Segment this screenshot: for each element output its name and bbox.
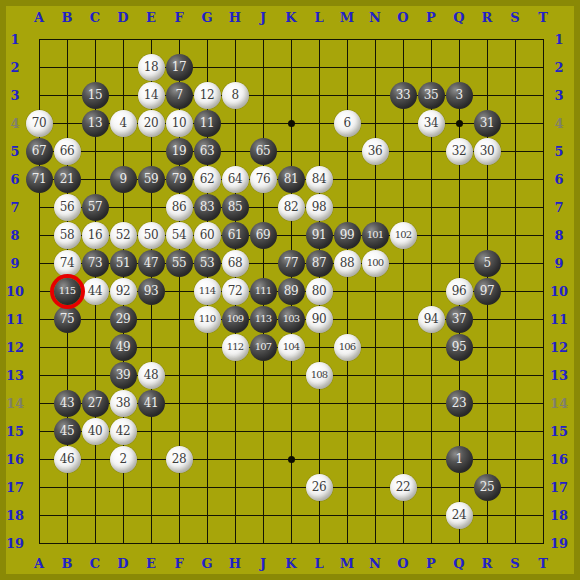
stone-move-number: 50 — [144, 229, 158, 241]
stone-12-white-G3[interactable]: 12 — [194, 82, 221, 109]
stone-move-number: 109 — [227, 314, 244, 324]
stone-move-number: 64 — [228, 173, 242, 185]
stone-94-white-P11[interactable]: 94 — [418, 306, 445, 333]
stone-move-number: 67 — [32, 145, 46, 157]
stone-5-black-R9[interactable]: 5 — [474, 250, 501, 277]
stone-84-white-L6[interactable]: 84 — [306, 166, 333, 193]
stone-move-number: 7 — [175, 89, 182, 101]
stone-move-number: 75 — [60, 313, 74, 325]
stone-move-number: 33 — [396, 89, 410, 101]
stone-move-number: 102 — [395, 230, 412, 240]
stone-move-number: 5 — [483, 257, 490, 269]
stone-23-black-Q14[interactable]: 23 — [446, 390, 473, 417]
stone-move-number: 55 — [172, 257, 186, 269]
stone-move-number: 23 — [452, 397, 466, 409]
stone-move-number: 85 — [228, 201, 242, 213]
stone-move-number: 2 — [119, 453, 126, 465]
stone-59-black-E6[interactable]: 59 — [138, 166, 165, 193]
stone-97-black-R10[interactable]: 97 — [474, 278, 501, 305]
stone-move-number: 112 — [227, 342, 244, 352]
stone-move-number: 43 — [60, 397, 74, 409]
stone-move-number: 63 — [200, 145, 214, 157]
stone-81-black-K6[interactable]: 81 — [278, 166, 305, 193]
stone-move-number: 44 — [88, 285, 102, 297]
stone-move-number: 26 — [312, 481, 326, 493]
stone-move-number: 4 — [119, 117, 126, 129]
stone-82-white-K7[interactable]: 82 — [278, 194, 305, 221]
stone-move-number: 11 — [200, 117, 214, 129]
stone-move-number: 79 — [172, 173, 186, 185]
stone-51-black-D9[interactable]: 51 — [110, 250, 137, 277]
stone-move-number: 96 — [452, 285, 466, 297]
stone-move-number: 37 — [452, 313, 466, 325]
stone-move-number: 66 — [60, 145, 74, 157]
stone-45-black-B15[interactable]: 45 — [54, 418, 81, 445]
stone-move-number: 92 — [116, 285, 130, 297]
stone-112-white-H12[interactable]: 112 — [222, 334, 249, 361]
stone-move-number: 104 — [283, 342, 300, 352]
stone-47-black-E9[interactable]: 47 — [138, 250, 165, 277]
stone-103-black-K11[interactable]: 103 — [278, 306, 305, 333]
stone-60-white-G8[interactable]: 60 — [194, 222, 221, 249]
stone-move-number: 115 — [59, 286, 76, 296]
stone-move-number: 49 — [116, 341, 130, 353]
stone-32-white-Q5[interactable]: 32 — [446, 138, 473, 165]
stone-42-white-D15[interactable]: 42 — [110, 418, 137, 445]
stone-31-black-R4[interactable]: 31 — [474, 110, 501, 137]
stones-layer: 1234567891011121314151617181920212223242… — [25, 25, 557, 557]
stone-move-number: 98 — [312, 201, 326, 213]
stone-move-number: 61 — [228, 229, 242, 241]
stone-move-number: 99 — [340, 229, 354, 241]
stone-move-number: 95 — [452, 341, 466, 353]
stone-move-number: 77 — [284, 257, 298, 269]
stone-move-number: 19 — [172, 145, 186, 157]
stone-move-number: 6 — [343, 117, 350, 129]
stone-75-black-B11[interactable]: 75 — [54, 306, 81, 333]
stone-39-black-D13[interactable]: 39 — [110, 362, 137, 389]
stone-98-white-L7[interactable]: 98 — [306, 194, 333, 221]
stone-move-number: 39 — [116, 369, 130, 381]
stone-move-number: 74 — [60, 257, 74, 269]
stone-move-number: 35 — [424, 89, 438, 101]
stone-30-white-R5[interactable]: 30 — [474, 138, 501, 165]
stone-88-white-M9[interactable]: 88 — [334, 250, 361, 277]
stone-move-number: 59 — [144, 173, 158, 185]
stone-move-number: 13 — [88, 117, 102, 129]
stone-37-black-Q11[interactable]: 37 — [446, 306, 473, 333]
stone-9-black-D6[interactable]: 9 — [110, 166, 137, 193]
stone-86-white-F7[interactable]: 86 — [166, 194, 193, 221]
stone-move-number: 48 — [144, 369, 158, 381]
stone-61-black-H8[interactable]: 61 — [222, 222, 249, 249]
stone-71-black-A6[interactable]: 71 — [26, 166, 53, 193]
stone-92-white-D10[interactable]: 92 — [110, 278, 137, 305]
stone-move-number: 94 — [424, 313, 438, 325]
stone-90-white-L11[interactable]: 90 — [306, 306, 333, 333]
stone-104-white-K12[interactable]: 104 — [278, 334, 305, 361]
stone-move-number: 62 — [200, 173, 214, 185]
stone-move-number: 90 — [312, 313, 326, 325]
stone-10-white-F4[interactable]: 10 — [166, 110, 193, 137]
stone-move-number: 82 — [284, 201, 298, 213]
stone-26-white-L17[interactable]: 26 — [306, 474, 333, 501]
stone-56-white-B7[interactable]: 56 — [54, 194, 81, 221]
stone-27-black-C14[interactable]: 27 — [82, 390, 109, 417]
stone-113-black-J11[interactable]: 113 — [250, 306, 277, 333]
stone-111-black-J10[interactable]: 111 — [250, 278, 277, 305]
stone-move-number: 107 — [255, 342, 272, 352]
stone-20-white-E4[interactable]: 20 — [138, 110, 165, 137]
stone-move-number: 114 — [199, 286, 216, 296]
stone-18-white-E2[interactable]: 18 — [138, 54, 165, 81]
stone-76-white-J6[interactable]: 76 — [250, 166, 277, 193]
stone-move-number: 25 — [480, 481, 494, 493]
stone-move-number: 15 — [88, 89, 102, 101]
stone-move-number: 60 — [200, 229, 214, 241]
stone-move-number: 31 — [480, 117, 494, 129]
stone-move-number: 88 — [340, 257, 354, 269]
stone-move-number: 40 — [88, 425, 102, 437]
stone-93-black-E10[interactable]: 93 — [138, 278, 165, 305]
stone-2-white-D16[interactable]: 2 — [110, 446, 137, 473]
stone-move-number: 54 — [172, 229, 186, 241]
stone-14-white-E3[interactable]: 14 — [138, 82, 165, 109]
stone-115-black-B10[interactable]: 115 — [54, 278, 81, 305]
stone-87-black-L9[interactable]: 87 — [306, 250, 333, 277]
stone-move-number: 58 — [60, 229, 74, 241]
stone-move-number: 3 — [455, 89, 462, 101]
stone-move-number: 84 — [312, 173, 326, 185]
stone-move-number: 86 — [172, 201, 186, 213]
stone-58-white-B8[interactable]: 58 — [54, 222, 81, 249]
stone-move-number: 80 — [312, 285, 326, 297]
stone-move-number: 21 — [60, 173, 74, 185]
stone-move-number: 69 — [256, 229, 270, 241]
stone-move-number: 34 — [424, 117, 438, 129]
stone-move-number: 87 — [312, 257, 326, 269]
stone-77-black-K9[interactable]: 77 — [278, 250, 305, 277]
stone-move-number: 12 — [200, 89, 214, 101]
stone-49-black-D12[interactable]: 49 — [110, 334, 137, 361]
stone-91-black-L8[interactable]: 91 — [306, 222, 333, 249]
stone-move-number: 30 — [480, 145, 494, 157]
stone-move-number: 10 — [172, 117, 186, 129]
stone-move-number: 71 — [32, 173, 46, 185]
stone-17-black-F2[interactable]: 17 — [166, 54, 193, 81]
stone-move-number: 110 — [199, 314, 216, 324]
stone-44-white-C10[interactable]: 44 — [82, 278, 109, 305]
stone-move-number: 73 — [88, 257, 102, 269]
stone-move-number: 32 — [452, 145, 466, 157]
stone-72-white-H10[interactable]: 72 — [222, 278, 249, 305]
stone-62-white-G6[interactable]: 62 — [194, 166, 221, 193]
stone-move-number: 1 — [455, 453, 462, 465]
stone-107-black-J12[interactable]: 107 — [250, 334, 277, 361]
stone-40-white-C15[interactable]: 40 — [82, 418, 109, 445]
stone-move-number: 100 — [367, 258, 384, 268]
stone-move-number: 53 — [200, 257, 214, 269]
stone-move-number: 17 — [172, 61, 186, 73]
stone-move-number: 81 — [284, 173, 298, 185]
stone-83-black-G7[interactable]: 83 — [194, 194, 221, 221]
stone-96-white-Q10[interactable]: 96 — [446, 278, 473, 305]
stone-move-number: 24 — [452, 509, 466, 521]
stone-16-white-C8[interactable]: 16 — [82, 222, 109, 249]
stone-move-number: 47 — [144, 257, 158, 269]
stone-move-number: 101 — [367, 230, 384, 240]
stone-74-white-B9[interactable]: 74 — [54, 250, 81, 277]
stone-move-number: 28 — [172, 453, 186, 465]
stone-19-black-F5[interactable]: 19 — [166, 138, 193, 165]
stone-99-black-M8[interactable]: 99 — [334, 222, 361, 249]
stone-move-number: 93 — [144, 285, 158, 297]
stone-110-white-G11[interactable]: 110 — [194, 306, 221, 333]
stone-28-white-F16[interactable]: 28 — [166, 446, 193, 473]
stone-106-white-M12[interactable]: 106 — [334, 334, 361, 361]
stone-move-number: 45 — [60, 425, 74, 437]
stone-57-black-C7[interactable]: 57 — [82, 194, 109, 221]
stone-11-black-G4[interactable]: 11 — [194, 110, 221, 137]
stone-8-white-H3[interactable]: 8 — [222, 82, 249, 109]
stone-69-black-J8[interactable]: 69 — [250, 222, 277, 249]
stone-80-white-L10[interactable]: 80 — [306, 278, 333, 305]
stone-move-number: 65 — [256, 145, 270, 157]
stone-101-black-N8[interactable]: 101 — [362, 222, 389, 249]
stone-100-white-N9[interactable]: 100 — [362, 250, 389, 277]
stone-4-white-D4[interactable]: 4 — [110, 110, 137, 137]
stone-move-number: 38 — [116, 397, 130, 409]
stone-48-white-E13[interactable]: 48 — [138, 362, 165, 389]
stone-move-number: 18 — [144, 61, 158, 73]
stone-108-white-L13[interactable]: 108 — [306, 362, 333, 389]
stone-102-white-O8[interactable]: 102 — [390, 222, 417, 249]
stone-43-black-B14[interactable]: 43 — [54, 390, 81, 417]
stone-move-number: 51 — [116, 257, 130, 269]
stone-1-black-Q16[interactable]: 1 — [446, 446, 473, 473]
stone-114-white-G10[interactable]: 114 — [194, 278, 221, 305]
stone-64-white-H6[interactable]: 64 — [222, 166, 249, 193]
stone-34-white-P4[interactable]: 34 — [418, 110, 445, 137]
stone-move-number: 46 — [60, 453, 74, 465]
stone-move-number: 8 — [231, 89, 238, 101]
stone-50-white-E8[interactable]: 50 — [138, 222, 165, 249]
stone-move-number: 36 — [368, 145, 382, 157]
stone-95-black-Q12[interactable]: 95 — [446, 334, 473, 361]
stone-move-number: 14 — [144, 89, 158, 101]
stone-move-number: 52 — [116, 229, 130, 241]
stone-move-number: 9 — [119, 173, 126, 185]
stone-89-black-K10[interactable]: 89 — [278, 278, 305, 305]
stone-33-black-O3[interactable]: 33 — [390, 82, 417, 109]
stone-79-black-F6[interactable]: 79 — [166, 166, 193, 193]
stone-85-black-H7[interactable]: 85 — [222, 194, 249, 221]
stone-move-number: 83 — [200, 201, 214, 213]
stone-109-black-H11[interactable]: 109 — [222, 306, 249, 333]
stone-6-white-M4[interactable]: 6 — [334, 110, 361, 137]
stone-move-number: 91 — [312, 229, 326, 241]
stone-move-number: 57 — [88, 201, 102, 213]
stone-move-number: 72 — [228, 285, 242, 297]
stone-68-white-H9[interactable]: 68 — [222, 250, 249, 277]
stone-36-white-N5[interactable]: 36 — [362, 138, 389, 165]
stone-move-number: 111 — [255, 286, 272, 296]
stone-54-white-F8[interactable]: 54 — [166, 222, 193, 249]
stone-38-white-D14[interactable]: 38 — [110, 390, 137, 417]
stone-7-black-F3[interactable]: 7 — [166, 82, 193, 109]
stone-41-black-E14[interactable]: 41 — [138, 390, 165, 417]
stone-55-black-F9[interactable]: 55 — [166, 250, 193, 277]
stone-move-number: 108 — [311, 370, 328, 380]
stone-67-black-A5[interactable]: 67 — [26, 138, 53, 165]
stone-move-number: 113 — [255, 314, 272, 324]
stone-move-number: 70 — [32, 117, 46, 129]
stone-move-number: 106 — [339, 342, 356, 352]
stone-70-white-A4[interactable]: 70 — [26, 110, 53, 137]
stone-46-white-B16[interactable]: 46 — [54, 446, 81, 473]
stone-15-black-C3[interactable]: 15 — [82, 82, 109, 109]
stone-21-black-B6[interactable]: 21 — [54, 166, 81, 193]
stone-63-black-G5[interactable]: 63 — [194, 138, 221, 165]
stone-move-number: 56 — [60, 201, 74, 213]
stone-move-number: 27 — [88, 397, 102, 409]
stone-move-number: 20 — [144, 117, 158, 129]
stone-3-black-Q3[interactable]: 3 — [446, 82, 473, 109]
stone-move-number: 22 — [396, 481, 410, 493]
stone-29-black-D11[interactable]: 29 — [110, 306, 137, 333]
stone-52-white-D8[interactable]: 52 — [110, 222, 137, 249]
stone-move-number: 76 — [256, 173, 270, 185]
stone-25-black-R17[interactable]: 25 — [474, 474, 501, 501]
stone-66-white-B5[interactable]: 66 — [54, 138, 81, 165]
stone-move-number: 68 — [228, 257, 242, 269]
stone-move-number: 41 — [144, 397, 158, 409]
stone-move-number: 29 — [116, 313, 130, 325]
stone-move-number: 97 — [480, 285, 494, 297]
go-board: ABCDEFGHJKLMNOPQRST ABCDEFGHJKLMNOPQRST … — [0, 0, 580, 580]
stone-35-black-P3[interactable]: 35 — [418, 82, 445, 109]
stone-move-number: 103 — [283, 314, 300, 324]
stone-move-number: 89 — [284, 285, 298, 297]
stone-13-black-C4[interactable]: 13 — [82, 110, 109, 137]
stone-65-black-J5[interactable]: 65 — [250, 138, 277, 165]
stone-24-white-Q18[interactable]: 24 — [446, 502, 473, 529]
stone-22-white-O17[interactable]: 22 — [390, 474, 417, 501]
stone-73-black-C9[interactable]: 73 — [82, 250, 109, 277]
stone-move-number: 42 — [116, 425, 130, 437]
stone-53-black-G9[interactable]: 53 — [194, 250, 221, 277]
stone-move-number: 16 — [88, 229, 102, 241]
